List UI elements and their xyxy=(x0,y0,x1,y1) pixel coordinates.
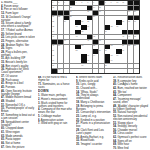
grid-cell xyxy=(128,64,133,68)
down-clue: 42. Bum, reached we twister xyxy=(113,87,149,90)
grid-cell xyxy=(75,40,80,44)
cell-number: 13 xyxy=(70,6,72,8)
grid-cell: 15 xyxy=(99,6,104,10)
down-clue: 50. Natural hairstyle xyxy=(113,111,149,114)
down-clue: 23. Lamp oil, e.g. xyxy=(76,115,111,118)
grid-cell xyxy=(110,49,115,53)
cell-number: 62 xyxy=(52,54,54,56)
grid-cell: 67 xyxy=(52,59,57,63)
grid-cell xyxy=(99,30,104,34)
cell-number: 67 xyxy=(52,59,54,61)
grid-cell: 46 xyxy=(64,40,69,44)
across-clue: 41. Brings to a boil xyxy=(1,82,35,85)
grid-cell xyxy=(58,54,63,58)
grid-cell: 69 xyxy=(110,59,115,63)
grid-cell: 23 xyxy=(70,16,75,20)
grid-cell xyxy=(110,6,115,10)
grid-cell xyxy=(110,40,115,44)
grid-cell: 35 xyxy=(110,25,115,29)
grid-cell xyxy=(75,69,80,73)
grid-cell xyxy=(110,30,115,34)
down-clue: 69. Wee hour xyxy=(113,143,149,146)
black-cell xyxy=(134,6,139,10)
cell-number: 9 xyxy=(111,1,112,3)
grid-cell: 13 xyxy=(70,6,75,10)
grid-cell: 14 xyxy=(93,6,98,10)
black-cell xyxy=(128,40,133,44)
grid-cell xyxy=(110,20,115,24)
grid-cell xyxy=(70,40,75,44)
grid-cell xyxy=(134,69,139,73)
grid-cell xyxy=(64,6,69,10)
grid-cell xyxy=(128,69,133,73)
cell-number: 66 xyxy=(116,54,118,56)
black-cell xyxy=(87,6,92,10)
grid-cell xyxy=(99,69,104,73)
black-cell xyxy=(75,20,80,24)
cell-number: 14 xyxy=(93,6,95,8)
down-clue: 4. Company of the man who wears the star xyxy=(38,108,73,114)
grid-cell: 73 xyxy=(58,69,63,73)
cell-number: 10 xyxy=(116,1,118,3)
black-cell xyxy=(128,6,133,10)
grid-cell xyxy=(116,64,121,68)
cell-number: 65 xyxy=(111,54,113,56)
grid-cell xyxy=(105,16,110,20)
grid-cell: 1 xyxy=(52,1,57,5)
grid-cell xyxy=(70,20,75,24)
black-cell xyxy=(134,30,139,34)
grid-cell xyxy=(116,11,121,15)
grid-cell: 71 xyxy=(81,64,86,68)
grid-cell xyxy=(122,16,127,20)
cell-number: 2 xyxy=(58,1,59,3)
grid-cell xyxy=(58,20,63,24)
grid-cell xyxy=(116,35,121,39)
cell-number: 36 xyxy=(116,25,118,27)
grid-cell xyxy=(110,64,115,68)
grid-cell xyxy=(58,25,63,29)
grid-cell: 37 xyxy=(52,30,57,34)
grid-cell xyxy=(81,35,86,39)
grid-cell: 3 xyxy=(64,1,69,5)
grid-cell xyxy=(93,20,98,24)
down-clue: 18. Many a Chekhovian xyxy=(76,101,111,104)
grid-cell: 72 xyxy=(105,64,110,68)
grid-cell xyxy=(58,64,63,68)
grid-cell xyxy=(70,30,75,34)
grid-cell: 21 xyxy=(52,16,57,20)
grid-cell: 44 xyxy=(128,35,133,39)
across-clue: 65. Pasta topper xyxy=(1,138,35,141)
grid-cell xyxy=(99,59,104,63)
cell-number: 63 xyxy=(87,54,89,56)
grid-cell xyxy=(105,11,110,15)
grid-cell xyxy=(87,45,92,49)
cell-number: 30 xyxy=(128,20,130,22)
cell-number: 57 xyxy=(52,49,54,51)
across-clue: 45. Furrows xyxy=(1,86,35,89)
grid-cell xyxy=(116,6,121,10)
black-cell xyxy=(81,25,86,29)
grid-cell xyxy=(116,69,121,73)
grid-cell xyxy=(87,30,92,34)
cell-number: 22 xyxy=(58,16,60,18)
black-cell xyxy=(58,40,63,44)
down-clue: 16. They're always understood xyxy=(76,94,111,100)
grid-cell xyxy=(93,25,98,29)
across-clue: 68. It's not hard to find a rhyme for xyxy=(38,76,73,82)
down-clue: 2. Huron's measurement xyxy=(38,98,73,101)
down-clue: 10. Lyric, songly xyxy=(76,83,111,86)
black-cell xyxy=(116,49,121,53)
down-clue: 44. Component xyxy=(113,94,149,97)
black-cell xyxy=(105,59,110,63)
across-clue: 66. Not at home xyxy=(1,142,35,145)
black-cell xyxy=(81,54,86,58)
grid-cell xyxy=(116,45,121,49)
black-cell xyxy=(134,16,139,20)
grid-cell: 45 xyxy=(134,35,139,39)
grid-cell xyxy=(70,54,75,58)
grid-cell: 36 xyxy=(116,25,121,29)
grid-cell: 8 xyxy=(105,1,110,5)
cell-number: 3 xyxy=(64,1,65,3)
cell-number: 68 xyxy=(87,59,89,61)
down-clue: 62. Gymnast's perfect score xyxy=(113,136,149,139)
grid-cell xyxy=(122,6,127,10)
grid-cell: 64 xyxy=(93,54,98,58)
cell-number: 4 xyxy=(76,1,77,3)
cell-number: 69 xyxy=(111,59,113,61)
grid-cell xyxy=(75,64,80,68)
grid-cell xyxy=(64,64,69,68)
across-clue: 55. 'Painted people' of early Britain xyxy=(1,107,35,113)
black-cell xyxy=(70,1,75,5)
grid-cell xyxy=(75,16,80,20)
grid-cell: 29 xyxy=(122,20,127,24)
grid-cell: 70 xyxy=(52,64,57,68)
black-cell xyxy=(99,1,104,5)
cell-number: 20 xyxy=(134,11,136,13)
cell-number: 37 xyxy=(52,30,54,32)
black-cell xyxy=(58,11,63,15)
down-clue: 29. Clark Kent and Lois Lane's paper xyxy=(76,129,111,135)
cell-number: 54 xyxy=(122,45,124,47)
grid-cell: 34 xyxy=(87,25,92,29)
black-cell xyxy=(75,45,80,49)
grid-cell: 51 xyxy=(81,45,86,49)
grid-cell: 27 xyxy=(81,20,86,24)
across-clue: 33. Bessie's beefy kin xyxy=(1,61,35,64)
cell-number: 53 xyxy=(111,45,113,47)
down-clue: 70. Mine find xyxy=(113,147,149,149)
grid-cell xyxy=(70,59,75,63)
grid-cell xyxy=(105,40,110,44)
grid-cell xyxy=(105,35,110,39)
grid-cell xyxy=(81,49,86,53)
black-cell xyxy=(116,20,121,24)
down-clue: 37. Reconstruction dues xyxy=(113,76,149,79)
grid-cell xyxy=(99,35,104,39)
down-clue: 47. 'Incoming message' sound, often xyxy=(113,98,149,104)
grid-cell xyxy=(99,25,104,29)
cell-number: 29 xyxy=(122,20,124,22)
down-clue: 52. Non-national presidential election a… xyxy=(113,115,149,121)
grid-cell xyxy=(122,64,127,68)
across-clue: 71. Nominates, as a horse races xyxy=(38,83,73,89)
cell-number: 25 xyxy=(52,20,54,22)
black-cell xyxy=(81,59,86,63)
grid-cell xyxy=(64,30,69,34)
across-clue: 8. Pen or rock follower xyxy=(1,8,35,11)
across-clue: 67. Gets the picture xyxy=(1,146,35,149)
grid-cell xyxy=(64,69,69,73)
grid-cell: 50 xyxy=(58,45,63,49)
grid-cell xyxy=(134,25,139,29)
grid-cell xyxy=(64,49,69,53)
grid-cell: 59 xyxy=(99,49,104,53)
down-clue: 40. ConAgra's home xyxy=(113,83,149,86)
grid-cell xyxy=(110,69,115,73)
down-clue: 19. Belonging to prima Burrows xyxy=(76,105,111,111)
grid-cell xyxy=(87,49,92,53)
grid-cell xyxy=(70,35,75,39)
down-clues-column-4: 37. Reconstruction dues38. E-computer ke… xyxy=(113,76,149,149)
grid-cell: 63 xyxy=(87,54,92,58)
grid-cell: 41 xyxy=(75,35,80,39)
grid-cell xyxy=(128,25,133,29)
grid-cell xyxy=(99,45,104,49)
grid-cell xyxy=(116,40,121,44)
down-clue: 35. 'Imagine' co-writer xyxy=(76,143,111,146)
grid-cell xyxy=(58,30,63,34)
crossword-puzzle-page: 1234567891011121314151617181920212223242… xyxy=(0,0,150,150)
grid-cell xyxy=(105,20,110,24)
grid-cell: 49 xyxy=(52,45,57,49)
grid-cell: 38 xyxy=(81,30,86,34)
across-clue: 28. Play a bullets pen, perhaps xyxy=(1,51,35,57)
cell-number: 15 xyxy=(99,6,101,8)
black-cell xyxy=(128,16,133,20)
cell-number: 39 xyxy=(105,30,107,32)
across-clue: 23. Fingers, alternative xyxy=(1,40,35,43)
cell-number: 27 xyxy=(81,20,83,22)
across-clue: 15. Sitcom about a family who inherit a … xyxy=(1,22,35,28)
cell-number: 38 xyxy=(81,30,83,32)
cell-number: 28 xyxy=(87,20,89,22)
grid-cell: 18 xyxy=(99,11,104,15)
black-cell xyxy=(52,69,57,73)
cell-number: 71 xyxy=(81,64,83,66)
grid-cell xyxy=(128,49,133,53)
black-cell xyxy=(75,30,80,34)
cell-number: 43 xyxy=(122,35,124,37)
cell-number: 5 xyxy=(81,1,82,3)
grid-cell xyxy=(110,35,115,39)
grid-cell: 7 xyxy=(93,1,98,5)
grid-cell xyxy=(70,64,75,68)
grid-cell: 32 xyxy=(52,25,57,29)
across-clue: 17. 'I Robot' author Asimov xyxy=(1,29,35,32)
grid-cell: 56 xyxy=(134,45,139,49)
grid-cell: 11 xyxy=(122,1,127,5)
cell-number: 55 xyxy=(128,45,130,47)
grid-cell: 58 xyxy=(75,49,80,53)
grid-cell: 43 xyxy=(122,35,127,39)
cell-number: 47 xyxy=(87,40,89,42)
cell-number: 7 xyxy=(93,1,94,3)
grid-cell xyxy=(87,64,92,68)
across-clue: 13. 'A Clockwork Orange' narrator xyxy=(1,16,35,22)
grid-cell: 52 xyxy=(93,45,98,49)
grid-cell: 12 xyxy=(52,6,57,10)
grid-cell xyxy=(58,59,63,63)
grid-cell: 30 xyxy=(128,20,133,24)
grid-cell xyxy=(116,16,121,20)
cell-number: 44 xyxy=(128,35,130,37)
down-clue: 32. Blood fluids xyxy=(76,139,111,142)
grid-cell: 22 xyxy=(58,16,63,20)
across-clue: 47. Middle Eastern bread xyxy=(1,96,35,99)
cell-number: 34 xyxy=(87,25,89,27)
cell-number: 32 xyxy=(52,25,54,27)
grid-cell xyxy=(81,16,86,20)
black-cell xyxy=(52,40,57,44)
cell-number: 49 xyxy=(52,45,54,47)
grid-cell xyxy=(58,35,63,39)
cell-number: 56 xyxy=(134,45,136,47)
crossword-grid: 1234567891011121314151617181920212223242… xyxy=(51,0,140,74)
grid-cell: 33 xyxy=(75,25,80,29)
cell-number: 33 xyxy=(76,25,78,27)
grid-cell: 26 xyxy=(64,20,69,24)
cell-number: 45 xyxy=(134,35,136,37)
grid-cell xyxy=(105,69,110,73)
grid-cell: 10 xyxy=(116,1,121,5)
grid-cell xyxy=(81,6,86,10)
grid-cell xyxy=(81,11,86,15)
cell-number: 8 xyxy=(105,1,106,3)
cell-number: 17 xyxy=(87,11,89,13)
grid-cell xyxy=(93,64,98,68)
cell-number: 1 xyxy=(52,1,53,3)
cell-number: 42 xyxy=(93,35,95,37)
grid-cell: 16 xyxy=(70,11,75,15)
cell-number: 19 xyxy=(128,11,130,13)
grid-cell: 66 xyxy=(116,54,121,58)
grid-cell xyxy=(110,11,115,15)
down-clue: 54. Snoopy, literarily xyxy=(113,125,149,128)
grid-cell: 20 xyxy=(134,11,139,15)
grid-cell: 54 xyxy=(122,45,127,49)
grid-cell xyxy=(87,69,92,73)
grid-cell xyxy=(128,54,133,58)
black-cell xyxy=(134,1,139,5)
across-clue: 59. Spreadsheet center forward? xyxy=(1,121,35,127)
grid-cell: 57 xyxy=(52,49,57,53)
down-clue: 21. Censorship's intervention xyxy=(76,111,111,114)
down-clue: 48. 'Aladdin' character played by Gilber… xyxy=(113,105,149,111)
grid-cell: 42 xyxy=(93,35,98,39)
grid-cell: 65 xyxy=(110,54,115,58)
down-clue: 7. Word with gray or rain xyxy=(38,122,73,125)
grid-cell xyxy=(64,59,69,63)
cell-number: 72 xyxy=(105,64,107,66)
cell-number: 52 xyxy=(93,45,95,47)
down-clue: 5. Cribbage marker xyxy=(38,115,73,118)
grid-cell xyxy=(105,6,110,10)
grid-cell xyxy=(58,6,63,10)
down-clue: 3. Much-visited home for authors and tra… xyxy=(38,102,73,108)
grid-cell xyxy=(75,11,80,15)
grid-cell xyxy=(110,16,115,20)
grid-cell xyxy=(99,20,104,24)
across-clue: 37. Oil source xyxy=(1,75,35,78)
grid-cell: 9 xyxy=(110,1,115,5)
cell-number: 70 xyxy=(52,64,54,66)
black-cell xyxy=(87,35,92,39)
cell-number: 50 xyxy=(58,45,60,47)
cell-number: 31 xyxy=(134,20,136,22)
down-clue: 8. Where rovers roam xyxy=(76,76,111,79)
grid-cell xyxy=(75,54,80,58)
black-cell xyxy=(93,11,98,15)
grid-cell: 28 xyxy=(87,20,92,24)
black-cell xyxy=(64,16,69,20)
cell-number: 46 xyxy=(64,40,66,42)
black-cell xyxy=(105,45,110,49)
black-cell xyxy=(93,49,98,53)
grid-cell: 17 xyxy=(87,11,92,15)
grid-cell xyxy=(134,59,139,63)
black-cell xyxy=(52,11,57,15)
grid-cell: 6 xyxy=(87,1,92,5)
cell-number: 58 xyxy=(76,49,78,51)
down-clue: 27. Plants in a pronunciation box xyxy=(76,122,111,128)
black-cell xyxy=(128,1,133,5)
black-cell xyxy=(122,40,127,44)
grid-cell: 5 xyxy=(81,1,86,5)
grid-cell xyxy=(64,54,69,58)
cell-number: 23 xyxy=(70,16,72,18)
down-clue: 11. Chased with... xyxy=(76,87,111,90)
grid-cell xyxy=(70,25,75,29)
grid-cell: 47 xyxy=(87,40,92,44)
grid-cell xyxy=(99,64,104,68)
grid-cell: 40 xyxy=(52,35,57,39)
grid-cell xyxy=(128,59,133,63)
across-clue: 22. Lets picks come in token xyxy=(1,36,35,39)
black-cell xyxy=(128,30,133,34)
grid-cell xyxy=(70,69,75,73)
across-clue: 49. Shaded xyxy=(1,100,35,103)
black-cell xyxy=(105,25,110,29)
grid-cell xyxy=(75,59,80,63)
across-clue: 26. Signs xyxy=(1,47,35,50)
grid-cell xyxy=(64,25,69,29)
grid-cell xyxy=(70,49,75,53)
grid-cell: 31 xyxy=(134,20,139,24)
grid-cell xyxy=(75,6,80,10)
grid-cell xyxy=(122,69,127,73)
grid-cell: 60 xyxy=(105,49,110,53)
across-clue: 60. Chopped down xyxy=(1,127,35,130)
grid-cell xyxy=(99,54,104,58)
clues-column-2: 68. It's not hard to find a rhyme for71.… xyxy=(38,76,73,149)
black-cell xyxy=(64,11,69,15)
grid-cell xyxy=(64,35,69,39)
